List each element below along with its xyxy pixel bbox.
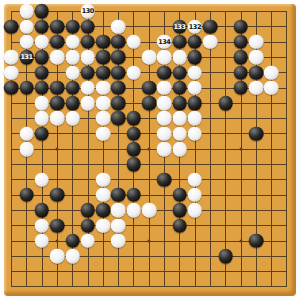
stone-black[interactable]: [96, 35, 111, 50]
stone-white[interactable]: [96, 126, 111, 141]
stone-black[interactable]: [142, 81, 157, 96]
stone-black[interactable]: [157, 65, 172, 80]
stone-white[interactable]: [157, 50, 172, 65]
stone-black[interactable]: [234, 81, 249, 96]
stone-white[interactable]: [249, 81, 264, 96]
stone-black[interactable]: [96, 50, 111, 65]
stone-white[interactable]: [172, 111, 187, 126]
stone-black[interactable]: [172, 203, 187, 218]
stone-white[interactable]: [65, 65, 80, 80]
stone-black[interactable]: [126, 126, 141, 141]
stone-white[interactable]: [96, 81, 111, 96]
stone-black[interactable]: [218, 96, 233, 111]
stone-black[interactable]: [81, 19, 96, 34]
stone-black[interactable]: [35, 4, 50, 19]
stone-white[interactable]: [96, 218, 111, 233]
stone-white[interactable]: [96, 188, 111, 203]
stone-black[interactable]: [172, 81, 187, 96]
stone-white[interactable]: [65, 249, 80, 264]
stone-black[interactable]: [126, 157, 141, 172]
stone-white[interactable]: [81, 81, 96, 96]
stone-white[interactable]: [142, 203, 157, 218]
stone-white[interactable]: [96, 111, 111, 126]
stone-black[interactable]: [188, 50, 203, 65]
stone-white[interactable]: [19, 19, 34, 34]
stone-black[interactable]: [96, 203, 111, 218]
stone-black[interactable]: [4, 19, 19, 34]
stone-black[interactable]: [35, 203, 50, 218]
stone-black[interactable]: [218, 249, 233, 264]
stone-white[interactable]: 132: [188, 19, 203, 34]
stone-white[interactable]: [4, 50, 19, 65]
stone-black[interactable]: [81, 65, 96, 80]
stone-black[interactable]: [172, 218, 187, 233]
stone-white[interactable]: [96, 96, 111, 111]
stone-black[interactable]: [157, 172, 172, 187]
stone-white[interactable]: [157, 96, 172, 111]
star-point: [239, 148, 242, 151]
stone-black[interactable]: [249, 65, 264, 80]
stone-black[interactable]: [19, 81, 34, 96]
stone-white[interactable]: [172, 142, 187, 157]
stone-black[interactable]: [50, 188, 65, 203]
stone-white[interactable]: [111, 218, 126, 233]
stone-black[interactable]: [249, 234, 264, 249]
stone-white[interactable]: [19, 126, 34, 141]
stone-black[interactable]: [65, 96, 80, 111]
stone-white[interactable]: [65, 111, 80, 126]
stone-black[interactable]: [50, 19, 65, 34]
star-point: [56, 148, 59, 151]
stone-black[interactable]: [172, 35, 187, 50]
stone-white[interactable]: [50, 249, 65, 264]
stone-white[interactable]: [188, 203, 203, 218]
stone-black[interactable]: [81, 35, 96, 50]
stone-white[interactable]: [111, 19, 126, 34]
stone-white[interactable]: [203, 35, 218, 50]
stone-black[interactable]: [35, 19, 50, 34]
star-point: [56, 239, 59, 242]
move-number-label: 131: [21, 54, 33, 61]
stone-white[interactable]: [96, 172, 111, 187]
stone-black[interactable]: [50, 218, 65, 233]
stone-white[interactable]: [65, 35, 80, 50]
stone-white[interactable]: [4, 65, 19, 80]
stone-black[interactable]: [111, 65, 126, 80]
stone-white[interactable]: [35, 96, 50, 111]
move-number-label: 133: [174, 23, 186, 30]
go-board[interactable]: 130133132134131: [4, 4, 296, 296]
stone-black[interactable]: [65, 19, 80, 34]
stone-black[interactable]: [35, 81, 50, 96]
stone-black[interactable]: [35, 65, 50, 80]
star-point: [239, 239, 242, 242]
stone-white[interactable]: [264, 65, 279, 80]
move-number-label: 134: [158, 39, 170, 46]
stone-white[interactable]: [81, 234, 96, 249]
stone-black[interactable]: [188, 96, 203, 111]
stone-black[interactable]: [126, 111, 141, 126]
stone-white[interactable]: [81, 96, 96, 111]
stone-white[interactable]: [35, 218, 50, 233]
stone-black[interactable]: [111, 188, 126, 203]
stone-white[interactable]: [157, 81, 172, 96]
stone-black[interactable]: [19, 188, 34, 203]
stone-black[interactable]: [249, 126, 264, 141]
stone-white[interactable]: [188, 65, 203, 80]
stone-white[interactable]: [111, 234, 126, 249]
stone-black[interactable]: [126, 188, 141, 203]
stone-black[interactable]: [172, 188, 187, 203]
stone-black[interactable]: [81, 203, 96, 218]
stone-black[interactable]: [172, 65, 187, 80]
stone-white[interactable]: [81, 50, 96, 65]
stone-white[interactable]: [65, 50, 80, 65]
stone-black[interactable]: [96, 65, 111, 80]
stone-black[interactable]: 131: [19, 50, 34, 65]
stone-black[interactable]: [234, 35, 249, 50]
stone-black[interactable]: [188, 35, 203, 50]
stone-black[interactable]: [81, 218, 96, 233]
stone-black[interactable]: [50, 96, 65, 111]
stone-white[interactable]: [126, 35, 141, 50]
stone-black[interactable]: [111, 96, 126, 111]
stone-black[interactable]: 133: [172, 19, 187, 34]
stone-black[interactable]: [234, 50, 249, 65]
stone-white[interactable]: [19, 4, 34, 19]
stone-white[interactable]: [126, 65, 141, 80]
stone-black[interactable]: [111, 50, 126, 65]
stone-white[interactable]: [35, 111, 50, 126]
stone-black[interactable]: [142, 96, 157, 111]
stone-black[interactable]: [35, 126, 50, 141]
stone-white[interactable]: [188, 172, 203, 187]
stone-white[interactable]: [111, 203, 126, 218]
stone-white[interactable]: [188, 126, 203, 141]
stone-white[interactable]: [142, 50, 157, 65]
go-board-frame: 130133132134131: [0, 0, 300, 300]
move-number-label: 130: [82, 8, 94, 15]
stone-white[interactable]: [172, 126, 187, 141]
stone-black[interactable]: [50, 35, 65, 50]
stone-black[interactable]: [172, 96, 187, 111]
stone-white[interactable]: 134: [157, 35, 172, 50]
stone-black[interactable]: [111, 111, 126, 126]
stone-black[interactable]: [50, 81, 65, 96]
stone-white[interactable]: [188, 81, 203, 96]
stone-white[interactable]: [50, 111, 65, 126]
stone-black[interactable]: [126, 142, 141, 157]
stone-white[interactable]: [157, 126, 172, 141]
stone-white[interactable]: [172, 50, 187, 65]
stone-white[interactable]: [50, 50, 65, 65]
stone-white[interactable]: [188, 111, 203, 126]
stone-white[interactable]: 130: [81, 4, 96, 19]
stone-white[interactable]: [35, 35, 50, 50]
stone-white[interactable]: [188, 188, 203, 203]
stone-white[interactable]: [264, 81, 279, 96]
stone-black[interactable]: [111, 35, 126, 50]
star-point: [148, 239, 151, 242]
stone-black[interactable]: [65, 234, 80, 249]
stone-black[interactable]: [65, 81, 80, 96]
stone-white[interactable]: [19, 142, 34, 157]
stone-white[interactable]: [126, 203, 141, 218]
stone-white[interactable]: [249, 35, 264, 50]
stone-white[interactable]: [249, 50, 264, 65]
star-point: [148, 148, 151, 151]
stone-black[interactable]: [234, 65, 249, 80]
move-number-label: 132: [189, 23, 201, 30]
stone-white[interactable]: [157, 111, 172, 126]
stone-white[interactable]: [35, 234, 50, 249]
stone-black[interactable]: [234, 19, 249, 34]
stone-black[interactable]: [4, 81, 19, 96]
stone-black[interactable]: [35, 50, 50, 65]
stone-black[interactable]: [111, 81, 126, 96]
stone-white[interactable]: [35, 172, 50, 187]
stone-black[interactable]: [203, 19, 218, 34]
stone-white[interactable]: [157, 142, 172, 157]
stone-white[interactable]: [19, 35, 34, 50]
